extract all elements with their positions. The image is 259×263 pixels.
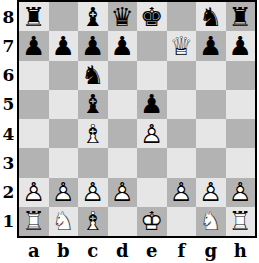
square-b3[interactable] xyxy=(49,148,79,177)
square-b8[interactable] xyxy=(49,2,79,31)
white-rook[interactable]: ♜♖ xyxy=(226,207,256,236)
square-c5[interactable]: ♝ xyxy=(78,90,108,119)
square-c1[interactable]: ♝♗ xyxy=(78,207,108,236)
square-a5[interactable] xyxy=(19,90,49,119)
square-a3[interactable] xyxy=(19,148,49,177)
square-f6[interactable] xyxy=(167,61,197,90)
square-d5[interactable] xyxy=(108,90,138,119)
square-a1[interactable]: ♜♖ xyxy=(19,207,49,236)
white-bishop[interactable]: ♝♗ xyxy=(78,207,108,236)
square-d1[interactable] xyxy=(108,207,138,236)
square-g8[interactable]: ♞ xyxy=(196,2,226,31)
white-pawn-outline: ♙ xyxy=(108,178,138,207)
square-d3[interactable] xyxy=(108,148,138,177)
file-label-f: f xyxy=(167,238,197,263)
square-h1[interactable]: ♜♖ xyxy=(226,207,256,236)
white-pawn[interactable]: ♟♙ xyxy=(19,178,49,207)
square-e1[interactable]: ♚♔ xyxy=(137,207,167,236)
square-h6[interactable] xyxy=(226,61,256,90)
square-g6[interactable] xyxy=(196,61,226,90)
file-label-e: e xyxy=(137,238,167,263)
white-knight-outline: ♘ xyxy=(196,207,226,236)
white-pawn[interactable]: ♟♙ xyxy=(196,178,226,207)
square-b5[interactable] xyxy=(49,90,79,119)
white-rook[interactable]: ♜♖ xyxy=(19,207,49,236)
square-e2[interactable] xyxy=(137,178,167,207)
square-g4[interactable] xyxy=(196,119,226,148)
rank-label-5: 5 xyxy=(0,90,17,119)
square-d8[interactable]: ♛ xyxy=(108,2,138,31)
black-bishop[interactable]: ♝ xyxy=(78,2,108,31)
white-pawn-outline: ♙ xyxy=(78,178,108,207)
square-c6[interactable]: ♞ xyxy=(78,61,108,90)
white-pawn[interactable]: ♟♙ xyxy=(108,178,138,207)
white-pawn-outline: ♙ xyxy=(167,178,197,207)
white-bishop[interactable]: ♝♗ xyxy=(78,119,108,148)
white-pawn-outline: ♙ xyxy=(49,178,79,207)
square-f1[interactable] xyxy=(167,207,197,236)
square-h2[interactable]: ♟♙ xyxy=(226,178,256,207)
square-e4[interactable]: ♟♙ xyxy=(137,119,167,148)
square-b7[interactable]: ♟ xyxy=(49,31,79,60)
square-g7[interactable]: ♟ xyxy=(196,31,226,60)
square-a7[interactable]: ♟ xyxy=(19,31,49,60)
white-pawn-outline: ♙ xyxy=(226,178,256,207)
black-knight[interactable]: ♞ xyxy=(78,61,108,90)
black-rook[interactable]: ♜ xyxy=(226,2,256,31)
square-a6[interactable] xyxy=(19,61,49,90)
square-h3[interactable] xyxy=(226,148,256,177)
square-d4[interactable] xyxy=(108,119,138,148)
white-king[interactable]: ♚♔ xyxy=(137,207,167,236)
square-f7[interactable]: ♛♕ xyxy=(167,31,197,60)
white-pawn-outline: ♙ xyxy=(137,119,167,148)
square-e7[interactable] xyxy=(137,31,167,60)
square-a4[interactable] xyxy=(19,119,49,148)
white-queen-outline: ♕ xyxy=(167,31,197,60)
white-knight[interactable]: ♞♘ xyxy=(49,207,79,236)
white-pawn[interactable]: ♟♙ xyxy=(167,178,197,207)
black-rook[interactable]: ♜ xyxy=(19,2,49,31)
black-pawn[interactable]: ♟ xyxy=(137,90,167,119)
board: ♜♝♛♚♞♜♟♟♟♟♛♕♟♟♞♝♟♝♗♟♙♟♙♟♙♟♙♟♙♟♙♟♙♟♙♜♖♞♘♝… xyxy=(17,0,257,238)
square-d7[interactable]: ♟ xyxy=(108,31,138,60)
file-label-b: b xyxy=(49,238,79,263)
black-pawn[interactable]: ♟ xyxy=(19,31,49,60)
file-label-a: a xyxy=(19,238,49,263)
white-knight[interactable]: ♞♘ xyxy=(196,207,226,236)
white-pawn-outline: ♙ xyxy=(196,178,226,207)
square-a2[interactable]: ♟♙ xyxy=(19,178,49,207)
white-pawn[interactable]: ♟♙ xyxy=(49,178,79,207)
square-g1[interactable]: ♞♘ xyxy=(196,207,226,236)
square-f2[interactable]: ♟♙ xyxy=(167,178,197,207)
rank-label-2: 2 xyxy=(0,178,17,207)
white-king-outline: ♔ xyxy=(137,207,167,236)
black-queen[interactable]: ♛ xyxy=(108,2,138,31)
square-e8[interactable]: ♚ xyxy=(137,2,167,31)
rank-label-1: 1 xyxy=(0,207,17,236)
white-bishop-outline: ♗ xyxy=(78,207,108,236)
black-pawn[interactable]: ♟ xyxy=(108,31,138,60)
square-h4[interactable] xyxy=(226,119,256,148)
square-g5[interactable] xyxy=(196,90,226,119)
black-king[interactable]: ♚ xyxy=(137,2,167,31)
file-label-g: g xyxy=(196,238,226,263)
rank-label-8: 8 xyxy=(0,2,17,31)
square-c4[interactable]: ♝♗ xyxy=(78,119,108,148)
square-c2[interactable]: ♟♙ xyxy=(78,178,108,207)
white-rook-outline: ♖ xyxy=(19,207,49,236)
black-pawn[interactable]: ♟ xyxy=(49,31,79,60)
white-pawn[interactable]: ♟♙ xyxy=(78,178,108,207)
square-h8[interactable]: ♜ xyxy=(226,2,256,31)
square-b4[interactable] xyxy=(49,119,79,148)
chess-diagram: 87654321 ♜♝♛♚♞♜♟♟♟♟♛♕♟♟♞♝♟♝♗♟♙♟♙♟♙♟♙♟♙♟♙… xyxy=(0,0,259,263)
square-f8[interactable] xyxy=(167,2,197,31)
square-c7[interactable]: ♟ xyxy=(78,31,108,60)
square-e5[interactable]: ♟ xyxy=(137,90,167,119)
black-bishop[interactable]: ♝ xyxy=(78,90,108,119)
square-b6[interactable] xyxy=(49,61,79,90)
file-labels: abcdefgh xyxy=(19,238,255,263)
square-a8[interactable]: ♜ xyxy=(19,2,49,31)
square-b1[interactable]: ♞♘ xyxy=(49,207,79,236)
rank-label-7: 7 xyxy=(0,31,17,60)
black-pawn[interactable]: ♟ xyxy=(226,31,256,60)
square-f4[interactable] xyxy=(167,119,197,148)
square-h7[interactable]: ♟ xyxy=(226,31,256,60)
white-bishop-outline: ♗ xyxy=(78,119,108,148)
square-d2[interactable]: ♟♙ xyxy=(108,178,138,207)
square-g3[interactable] xyxy=(196,148,226,177)
white-pawn[interactable]: ♟♙ xyxy=(226,178,256,207)
rank-label-4: 4 xyxy=(0,119,17,148)
file-label-h: h xyxy=(226,238,256,263)
square-e6[interactable] xyxy=(137,61,167,90)
black-knight[interactable]: ♞ xyxy=(196,2,226,31)
white-pawn[interactable]: ♟♙ xyxy=(137,119,167,148)
square-c3[interactable] xyxy=(78,148,108,177)
black-pawn[interactable]: ♟ xyxy=(196,31,226,60)
square-b2[interactable]: ♟♙ xyxy=(49,178,79,207)
black-pawn[interactable]: ♟ xyxy=(78,31,108,60)
file-label-d: d xyxy=(108,238,138,263)
square-g2[interactable]: ♟♙ xyxy=(196,178,226,207)
white-pawn-outline: ♙ xyxy=(19,178,49,207)
white-queen[interactable]: ♛♕ xyxy=(167,31,197,60)
square-f5[interactable] xyxy=(167,90,197,119)
white-rook-outline: ♖ xyxy=(226,207,256,236)
square-e3[interactable] xyxy=(137,148,167,177)
square-h5[interactable] xyxy=(226,90,256,119)
square-d6[interactable] xyxy=(108,61,138,90)
white-knight-outline: ♘ xyxy=(49,207,79,236)
square-f3[interactable] xyxy=(167,148,197,177)
rank-label-6: 6 xyxy=(0,61,17,90)
rank-label-3: 3 xyxy=(0,148,17,177)
file-label-c: c xyxy=(78,238,108,263)
square-c8[interactable]: ♝ xyxy=(78,2,108,31)
rank-labels: 87654321 xyxy=(0,2,17,236)
